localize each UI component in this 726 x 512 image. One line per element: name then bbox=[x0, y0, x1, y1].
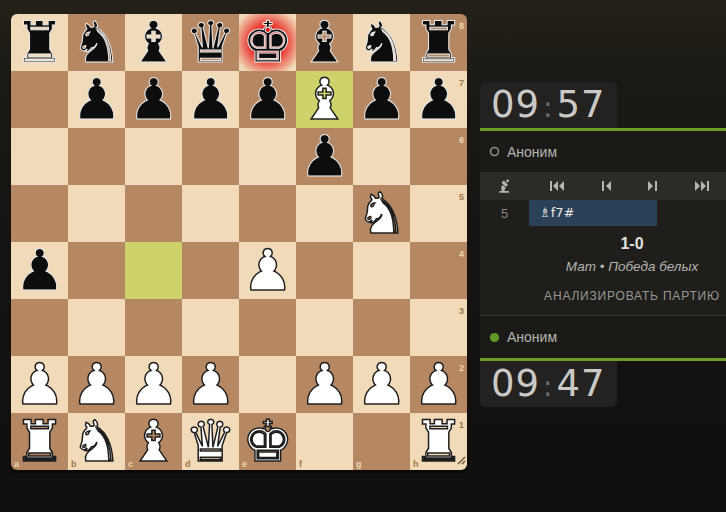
clock-white-minutes: 09 bbox=[491, 83, 540, 126]
square-e1[interactable]: ♚e bbox=[239, 413, 296, 470]
chess-board[interactable]: ♜♞♝♛♚♝♞♜8♟♟♟♟♝♟♟7♟6♞5♟♟43♟♟♟♟♟♟♟2♜a♞b♝c♛… bbox=[11, 14, 467, 470]
piece-bb-c8[interactable]: ♝ bbox=[125, 14, 182, 71]
coord-rank-4: 4 bbox=[459, 250, 464, 259]
board-resize-handle[interactable] bbox=[456, 451, 466, 469]
clock-black-seconds: 47 bbox=[557, 362, 606, 405]
coord-rank-7: 7 bbox=[459, 79, 464, 88]
piece-bk-e8[interactable]: ♚ bbox=[239, 14, 296, 71]
piece-wp-g2[interactable]: ♟ bbox=[353, 356, 410, 413]
clock-white-seconds: 57 bbox=[557, 83, 606, 126]
square-b1[interactable]: ♞b bbox=[68, 413, 125, 470]
previous-move-icon[interactable] bbox=[598, 178, 615, 194]
square-f4[interactable] bbox=[296, 242, 353, 299]
clock-colon: : bbox=[540, 370, 556, 403]
square-f5[interactable] bbox=[296, 185, 353, 242]
coord-rank-1: 1 bbox=[459, 421, 464, 430]
piece-wp-c2[interactable]: ♟ bbox=[125, 356, 182, 413]
square-e2[interactable] bbox=[239, 356, 296, 413]
result-status: Мат • Победа белых bbox=[480, 259, 726, 274]
move-number: 5 bbox=[480, 206, 529, 221]
analysis-microscope-icon[interactable] bbox=[493, 177, 516, 196]
piece-wn-g5[interactable]: ♞ bbox=[353, 185, 410, 242]
next-move-icon[interactable] bbox=[644, 178, 661, 194]
coord-file-c: c bbox=[128, 460, 133, 469]
square-d7[interactable]: ♟ bbox=[182, 71, 239, 128]
square-g7[interactable]: ♟ bbox=[353, 71, 410, 128]
square-d2[interactable]: ♟ bbox=[182, 356, 239, 413]
coord-file-b: b bbox=[71, 460, 77, 469]
coord-rank-8: 8 bbox=[459, 22, 464, 31]
piece-wq-d1[interactable]: ♛ bbox=[182, 413, 239, 470]
piece-bp-f6[interactable]: ♟ bbox=[296, 128, 353, 185]
piece-bb-f8[interactable]: ♝ bbox=[296, 14, 353, 71]
piece-wp-b2[interactable]: ♟ bbox=[68, 356, 125, 413]
square-a1[interactable]: ♜a bbox=[11, 413, 68, 470]
square-g4[interactable] bbox=[353, 242, 410, 299]
square-c6[interactable] bbox=[125, 128, 182, 185]
coord-file-h: h bbox=[413, 460, 419, 469]
piece-bq-d8[interactable]: ♛ bbox=[182, 14, 239, 71]
square-a8[interactable]: ♜ bbox=[11, 14, 68, 71]
square-h7[interactable]: ♟7 bbox=[410, 71, 467, 128]
result-score: 1-0 bbox=[480, 235, 726, 253]
jump-to-end-icon[interactable] bbox=[691, 178, 713, 194]
coord-file-d: d bbox=[185, 460, 191, 469]
move-white-san[interactable]: ♗f7# bbox=[529, 200, 657, 226]
piece-wp-d2[interactable]: ♟ bbox=[182, 356, 239, 413]
piece-wb-f7[interactable]: ♝ bbox=[296, 71, 353, 128]
square-a7[interactable] bbox=[11, 71, 68, 128]
player-bar-black: Аноним bbox=[480, 316, 726, 358]
clock-colon: : bbox=[540, 91, 556, 124]
right-panel: 09:57 Аноним bbox=[480, 0, 726, 512]
square-h5[interactable]: 5 bbox=[410, 185, 467, 242]
square-a3[interactable] bbox=[11, 299, 68, 356]
analyze-game-button[interactable]: АНАЛИЗИРОВАТЬ ПАРТИЮ bbox=[538, 288, 726, 304]
square-h2[interactable]: ♟2 bbox=[410, 356, 467, 413]
result-block: 1-0 Мат • Победа белых АНАЛИЗИРОВАТЬ ПАР… bbox=[480, 226, 726, 315]
piece-bp-c7[interactable]: ♟ bbox=[125, 71, 182, 128]
square-e7[interactable]: ♟ bbox=[239, 71, 296, 128]
coord-rank-2: 2 bbox=[459, 364, 464, 373]
square-b2[interactable]: ♟ bbox=[68, 356, 125, 413]
square-b8[interactable]: ♞ bbox=[68, 14, 125, 71]
clock-white: 09:57 bbox=[480, 82, 617, 128]
clock-black: 09:47 bbox=[480, 361, 617, 407]
square-b5[interactable] bbox=[68, 185, 125, 242]
piece-bp-g7[interactable]: ♟ bbox=[353, 71, 410, 128]
coord-file-a: a bbox=[14, 460, 19, 469]
player-bar-white: Аноним bbox=[480, 131, 726, 172]
coord-rank-6: 6 bbox=[459, 136, 464, 145]
square-b4[interactable] bbox=[68, 242, 125, 299]
square-e6[interactable] bbox=[239, 128, 296, 185]
square-b7[interactable]: ♟ bbox=[68, 71, 125, 128]
move-toolbar bbox=[480, 172, 726, 200]
move-list-row: 5 ♗f7# bbox=[480, 200, 726, 226]
square-a6[interactable] bbox=[11, 128, 68, 185]
square-f7[interactable]: ♝ bbox=[296, 71, 353, 128]
piece-bp-b7[interactable]: ♟ bbox=[68, 71, 125, 128]
piece-bp-a4[interactable]: ♟ bbox=[11, 242, 68, 299]
piece-br-a8[interactable]: ♜ bbox=[11, 14, 68, 71]
square-e8[interactable]: ♚ bbox=[239, 14, 296, 71]
square-h4[interactable]: 4 bbox=[410, 242, 467, 299]
piece-wp-e4[interactable]: ♟ bbox=[239, 242, 296, 299]
square-g5[interactable]: ♞ bbox=[353, 185, 410, 242]
piece-bp-d7[interactable]: ♟ bbox=[182, 71, 239, 128]
square-g6[interactable] bbox=[353, 128, 410, 185]
piece-bn-g8[interactable]: ♞ bbox=[353, 14, 410, 71]
piece-bp-e7[interactable]: ♟ bbox=[239, 71, 296, 128]
piece-wb-c1[interactable]: ♝ bbox=[125, 413, 182, 470]
coord-rank-5: 5 bbox=[459, 193, 464, 202]
clock-black-minutes: 09 bbox=[491, 362, 540, 405]
coord-rank-3: 3 bbox=[459, 307, 464, 316]
square-c7[interactable]: ♟ bbox=[125, 71, 182, 128]
square-f2[interactable]: ♟ bbox=[296, 356, 353, 413]
square-h8[interactable]: ♜8 bbox=[410, 14, 467, 71]
coord-file-f: f bbox=[299, 460, 302, 469]
player-name-white[interactable]: Аноним bbox=[507, 144, 557, 160]
square-h6[interactable]: 6 bbox=[410, 128, 467, 185]
square-a4[interactable]: ♟ bbox=[11, 242, 68, 299]
piece-wp-f2[interactable]: ♟ bbox=[296, 356, 353, 413]
square-f8[interactable]: ♝ bbox=[296, 14, 353, 71]
square-c8[interactable]: ♝ bbox=[125, 14, 182, 71]
square-f1[interactable]: f bbox=[296, 413, 353, 470]
square-c5[interactable] bbox=[125, 185, 182, 242]
square-d4[interactable] bbox=[182, 242, 239, 299]
square-d8[interactable]: ♛ bbox=[182, 14, 239, 71]
square-d1[interactable]: ♛d bbox=[182, 413, 239, 470]
square-b3[interactable] bbox=[68, 299, 125, 356]
square-h3[interactable]: 3 bbox=[410, 299, 467, 356]
square-b6[interactable] bbox=[68, 128, 125, 185]
square-f6[interactable]: ♟ bbox=[296, 128, 353, 185]
coord-file-g: g bbox=[356, 460, 362, 469]
piece-wp-a2[interactable]: ♟ bbox=[11, 356, 68, 413]
square-a2[interactable]: ♟ bbox=[11, 356, 68, 413]
square-e4[interactable]: ♟ bbox=[239, 242, 296, 299]
square-c1[interactable]: ♝c bbox=[125, 413, 182, 470]
piece-wr-a1[interactable]: ♜ bbox=[11, 413, 68, 470]
square-c4[interactable] bbox=[125, 242, 182, 299]
square-d3[interactable] bbox=[182, 299, 239, 356]
square-d5[interactable] bbox=[182, 185, 239, 242]
square-e5[interactable] bbox=[239, 185, 296, 242]
square-f3[interactable] bbox=[296, 299, 353, 356]
square-e3[interactable] bbox=[239, 299, 296, 356]
square-g1[interactable]: g bbox=[353, 413, 410, 470]
piece-bn-b8[interactable]: ♞ bbox=[68, 14, 125, 71]
piece-wk-e1[interactable]: ♚ bbox=[239, 413, 296, 470]
offline-status-icon bbox=[489, 146, 500, 157]
jump-to-start-icon[interactable] bbox=[546, 178, 568, 194]
square-c3[interactable] bbox=[125, 299, 182, 356]
square-g3[interactable] bbox=[353, 299, 410, 356]
app-screen: ♜♞♝♛♚♝♞♜8♟♟♟♟♝♟♟7♟6♞5♟♟43♟♟♟♟♟♟♟2♜a♞b♝c♛… bbox=[0, 0, 726, 512]
online-status-icon bbox=[489, 332, 500, 343]
player-name-black[interactable]: Аноним bbox=[507, 329, 557, 345]
coord-file-e: e bbox=[242, 460, 247, 469]
square-a5[interactable] bbox=[11, 185, 68, 242]
square-d6[interactable] bbox=[182, 128, 239, 185]
square-g2[interactable]: ♟ bbox=[353, 356, 410, 413]
square-g8[interactable]: ♞ bbox=[353, 14, 410, 71]
square-c2[interactable]: ♟ bbox=[125, 356, 182, 413]
